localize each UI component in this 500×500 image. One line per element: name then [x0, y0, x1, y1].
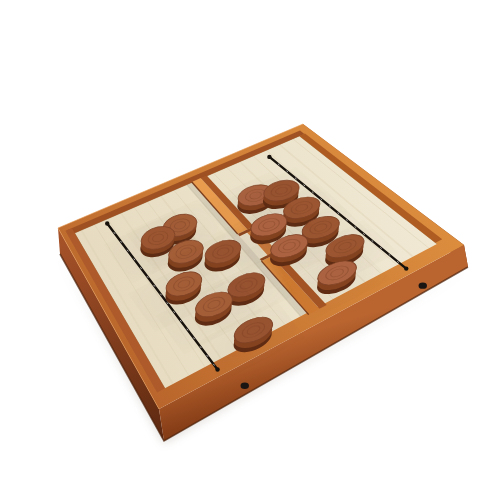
band-knob [419, 282, 427, 288]
band-knob [241, 383, 249, 389]
sling-puck-board [0, 0, 500, 500]
product-photo-canvas [0, 0, 500, 500]
